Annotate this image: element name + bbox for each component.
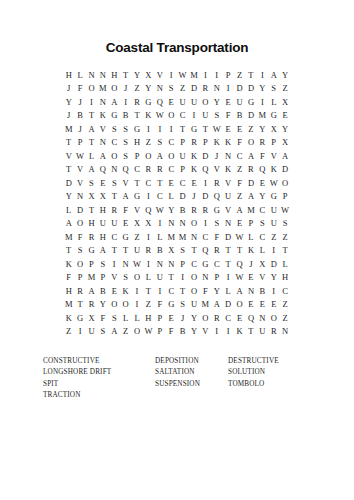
grid-cell: A	[63, 217, 74, 231]
grid-cell: W	[177, 68, 188, 82]
grid-cell: Z	[131, 230, 142, 244]
grid-cell: D	[245, 82, 256, 96]
grid-cell: A	[86, 122, 97, 136]
grid-cell: R	[257, 136, 268, 150]
grid-cell: F	[74, 230, 85, 244]
grid-cell: U	[86, 325, 97, 339]
grid-cell: N	[109, 163, 120, 177]
grid-cell: Z	[234, 163, 245, 177]
grid-cell: F	[97, 311, 108, 325]
grid-cell: S	[86, 176, 97, 190]
grid-cell: F	[154, 298, 165, 312]
grid-cell: T	[120, 68, 131, 82]
grid-cell: S	[109, 176, 120, 190]
grid-cell: D	[188, 82, 199, 96]
grid-cell: K	[63, 257, 74, 271]
grid-cell: Z	[279, 230, 290, 244]
grid-cell: S	[109, 311, 120, 325]
word-list-column-1: CONSTRUCTIVELONGSHORE DRIFTSPITTRACTION	[43, 356, 111, 401]
grid-cell: D	[63, 176, 74, 190]
grid-cell: S	[97, 325, 108, 339]
grid-cell: K	[268, 163, 279, 177]
grid-cell: W	[268, 176, 279, 190]
grid-cell: B	[74, 109, 85, 123]
grid-cell: I	[74, 325, 85, 339]
grid-cell: B	[234, 109, 245, 123]
grid-cell: N	[245, 284, 256, 298]
grid-cell: Y	[131, 68, 142, 82]
grid-cell: N	[257, 311, 268, 325]
grid-cell: N	[154, 257, 165, 271]
grid-cell: Y	[211, 95, 222, 109]
grid-cell: M	[200, 298, 211, 312]
grid-cell: K	[188, 163, 199, 177]
grid-cell: A	[211, 298, 222, 312]
grid-cell: N	[222, 149, 233, 163]
word-list-item: SUSPENSION	[155, 379, 200, 390]
grid-cell: Y	[279, 68, 290, 82]
grid-cell: P	[211, 271, 222, 285]
grid-cell: V	[200, 325, 211, 339]
grid-cell: Q	[200, 163, 211, 177]
grid-cell: O	[188, 284, 199, 298]
grid-cell: Y	[143, 82, 154, 96]
grid-cell: O	[74, 257, 85, 271]
grid-cell: J	[120, 82, 131, 96]
grid-cell: H	[63, 284, 74, 298]
grid-cell: C	[234, 149, 245, 163]
grid-cell: N	[154, 82, 165, 96]
grid-cell: H	[86, 217, 97, 231]
grid-cell: M	[63, 230, 74, 244]
grid-cell: G	[120, 230, 131, 244]
grid-cell: C	[166, 136, 177, 150]
grid-cell: Y	[63, 190, 74, 204]
grid-cell: F	[200, 284, 211, 298]
grid-cell: Z	[234, 68, 245, 82]
grid-cell: I	[222, 325, 233, 339]
grid-cell: X	[279, 136, 290, 150]
grid-cell: I	[86, 95, 97, 109]
grid-cell: T	[74, 298, 85, 312]
grid-cell: K	[63, 311, 74, 325]
grid-cell: O	[245, 136, 256, 150]
grid-cell: B	[120, 109, 131, 123]
grid-cell: I	[257, 95, 268, 109]
grid-cell: I	[211, 68, 222, 82]
grid-cell: S	[211, 217, 222, 231]
grid-cell: Y	[188, 311, 199, 325]
grid-cell: U	[268, 217, 279, 231]
grid-cell: Y	[257, 190, 268, 204]
grid-cell: Z	[143, 136, 154, 150]
grid-cell: N	[222, 217, 233, 231]
grid-cell: J	[74, 95, 85, 109]
grid-cell: N	[86, 68, 97, 82]
grid-cell: I	[131, 298, 142, 312]
grid-cell: E	[245, 271, 256, 285]
grid-cell: R	[86, 298, 97, 312]
grid-cell: Y	[188, 325, 199, 339]
grid-cell: V	[154, 68, 165, 82]
grid-cell: Q	[154, 95, 165, 109]
grid-cell: I	[177, 271, 188, 285]
grid-cell: T	[109, 190, 120, 204]
grid-cell: C	[177, 176, 188, 190]
grid-cell: W	[154, 109, 165, 123]
grid-cell: B	[257, 284, 268, 298]
grid-cell: Z	[245, 122, 256, 136]
grid-cell: G	[268, 109, 279, 123]
grid-cell: W	[234, 271, 245, 285]
grid-cell: O	[166, 109, 177, 123]
grid-cell: F	[234, 176, 245, 190]
grid-cell: T	[86, 203, 97, 217]
grid-cell: C	[154, 190, 165, 204]
grid-cell: C	[131, 163, 142, 177]
grid-cell: S	[177, 244, 188, 258]
grid-cell: N	[166, 217, 177, 231]
grid-cell: D	[177, 190, 188, 204]
grid-cell: G	[131, 122, 142, 136]
grid-cell: N	[177, 217, 188, 231]
grid-cell: C	[109, 230, 120, 244]
word-list-item: TOMBOLO	[228, 379, 279, 390]
grid-cell: Y	[211, 284, 222, 298]
grid-cell: R	[143, 163, 154, 177]
worksheet-page: Coastal Transportation HLNNHTYXVIWMIIPZT…	[0, 0, 354, 500]
grid-cell: D	[222, 298, 233, 312]
grid-cell: L	[166, 190, 177, 204]
grid-cell: I	[268, 244, 279, 258]
grid-cell: E	[234, 311, 245, 325]
grid-cell: E	[97, 176, 108, 190]
grid-cell: R	[211, 311, 222, 325]
grid-cell: I	[154, 217, 165, 231]
grid-cell: Z	[63, 325, 74, 339]
grid-cell: Y	[279, 122, 290, 136]
grid-cell: E	[222, 122, 233, 136]
grid-cell: L	[86, 149, 97, 163]
grid-cell: I	[166, 122, 177, 136]
grid-cell: C	[257, 230, 268, 244]
grid-cell: P	[279, 190, 290, 204]
grid-cell: M	[257, 109, 268, 123]
grid-cell: I	[143, 122, 154, 136]
grid-cell: H	[97, 203, 108, 217]
grid-cell: I	[200, 176, 211, 190]
grid-cell: W	[74, 149, 85, 163]
grid-cell: P	[222, 68, 233, 82]
grid-cell: A	[279, 149, 290, 163]
grid-cell: U	[234, 95, 245, 109]
grid-cell: C	[211, 257, 222, 271]
grid-cell: X	[97, 190, 108, 204]
grid-cell: P	[74, 271, 85, 285]
grid-cell: I	[154, 122, 165, 136]
grid-cell: I	[257, 68, 268, 82]
grid-cell: R	[74, 284, 85, 298]
grid-cell: B	[177, 203, 188, 217]
grid-cell: O	[120, 298, 131, 312]
grid-cell: T	[279, 244, 290, 258]
grid-cell: T	[86, 136, 97, 150]
grid-cell: J	[188, 190, 199, 204]
grid-cell: L	[63, 203, 74, 217]
grid-cell: Q	[211, 190, 222, 204]
grid-cell: I	[268, 284, 279, 298]
grid-cell: Y	[268, 271, 279, 285]
grid-cell: I	[131, 284, 142, 298]
grid-cell: E	[166, 95, 177, 109]
grid-cell: P	[177, 257, 188, 271]
grid-cell: J	[177, 311, 188, 325]
grid-cell: O	[131, 271, 142, 285]
word-list-item: DESTRUCTIVE	[228, 356, 279, 367]
grid-cell: A	[234, 203, 245, 217]
grid-cell: V	[131, 203, 142, 217]
grid-cell: I	[143, 190, 154, 204]
grid-cell: V	[257, 271, 268, 285]
grid-cell: S	[120, 136, 131, 150]
grid-cell: D	[245, 176, 256, 190]
grid-cell: B	[177, 325, 188, 339]
word-list-item: SALTATION	[155, 367, 200, 378]
grid-cell: U	[109, 217, 120, 231]
grid-cell: Q	[234, 257, 245, 271]
grid-cell: T	[154, 176, 165, 190]
grid-cell: T	[143, 284, 154, 298]
grid-cell: P	[97, 271, 108, 285]
word-list-item: CONSTRUCTIVE	[43, 356, 111, 367]
grid-cell: V	[211, 163, 222, 177]
grid-cell: S	[120, 271, 131, 285]
grid-cell: T	[234, 244, 245, 258]
grid-cell: O	[234, 298, 245, 312]
grid-cell: O	[200, 95, 211, 109]
grid-cell: V	[222, 176, 233, 190]
grid-cell: X	[143, 68, 154, 82]
grid-cell: B	[97, 284, 108, 298]
grid-cell: T	[200, 122, 211, 136]
grid-cell: Y	[166, 203, 177, 217]
word-list-item: SPIT	[43, 379, 111, 390]
grid-cell: M	[188, 68, 199, 82]
grid-cell: F	[74, 82, 85, 96]
word-list: CONSTRUCTIVELONGSHORE DRIFTSPITTRACTION …	[0, 356, 354, 406]
grid-cell: A	[268, 68, 279, 82]
grid-cell: T	[166, 271, 177, 285]
grid-cell: S	[97, 257, 108, 271]
grid-cell: W	[234, 230, 245, 244]
grid-cell: Y	[257, 122, 268, 136]
grid-cell: X	[143, 217, 154, 231]
grid-cell: F	[211, 230, 222, 244]
grid-cell: O	[166, 149, 177, 163]
grid-cell: G	[188, 122, 199, 136]
grid-cell: A	[245, 190, 256, 204]
grid-cell: H	[109, 68, 120, 82]
grid-cell: C	[143, 176, 154, 190]
grid-cell: A	[86, 284, 97, 298]
grid-cell: K	[222, 136, 233, 150]
grid-cell: O	[86, 82, 97, 96]
grid-cell: T	[63, 163, 74, 177]
grid-cell: H	[97, 230, 108, 244]
grid-cell: K	[222, 163, 233, 177]
grid-cell: Q	[245, 311, 256, 325]
grid-cell: I	[154, 284, 165, 298]
grid-cell: F	[222, 109, 233, 123]
grid-cell: I	[200, 68, 211, 82]
grid-cell: K	[97, 109, 108, 123]
grid-cell: H	[143, 311, 154, 325]
grid-cell: V	[74, 163, 85, 177]
grid-cell: U	[177, 95, 188, 109]
grid-cell: Z	[143, 298, 154, 312]
grid-cell: L	[120, 311, 131, 325]
grid-cell: J	[211, 149, 222, 163]
grid-cell: Q	[97, 163, 108, 177]
grid-cell: Q	[257, 163, 268, 177]
grid-cell: P	[86, 257, 97, 271]
grid-cell: Z	[279, 82, 290, 96]
grid-cell: E	[234, 217, 245, 231]
grid-cell: D	[74, 203, 85, 217]
grid-cell: P	[268, 136, 279, 150]
grid-cell: B	[154, 244, 165, 258]
grid-cell: T	[222, 257, 233, 271]
grid-cell: I	[143, 230, 154, 244]
grid-cell: K	[234, 325, 245, 339]
grid-cell: Y	[257, 82, 268, 96]
grid-cell: U	[188, 298, 199, 312]
grid-cell: R	[268, 325, 279, 339]
grid-cell: R	[211, 176, 222, 190]
grid-cell: N	[211, 82, 222, 96]
grid-cell: V	[109, 271, 120, 285]
grid-cell: C	[109, 136, 120, 150]
grid-cell: C	[177, 109, 188, 123]
grid-cell: A	[97, 149, 108, 163]
grid-cell: P	[177, 163, 188, 177]
grid-cell: P	[131, 149, 142, 163]
grid-cell: K	[211, 136, 222, 150]
grid-cell: O	[143, 149, 154, 163]
grid-cell: T	[63, 244, 74, 258]
grid-cell: S	[74, 244, 85, 258]
grid-cell: T	[131, 176, 142, 190]
word-list-item: TRACTION	[43, 390, 111, 401]
grid-cell: V	[63, 149, 74, 163]
grid-cell: A	[109, 325, 120, 339]
grid-cell: T	[188, 244, 199, 258]
grid-cell: I	[211, 325, 222, 339]
grid-cell: N	[74, 190, 85, 204]
grid-cell: N	[200, 271, 211, 285]
word-list-item: LONGSHORE DRIFT	[43, 367, 111, 378]
grid-cell: O	[200, 311, 211, 325]
grid-cell: N	[97, 68, 108, 82]
grid-cell: G	[131, 190, 142, 204]
grid-cell: P	[154, 325, 165, 339]
grid-cell: I	[166, 68, 177, 82]
grid-cell: T	[222, 244, 233, 258]
grid-cell: C	[188, 257, 199, 271]
grid-cell: P	[154, 311, 165, 325]
grid-cell: L	[143, 271, 154, 285]
grid-cell: L	[257, 244, 268, 258]
grid-cell: Z	[279, 298, 290, 312]
grid-cell: T	[177, 122, 188, 136]
grid-cell: L	[74, 68, 85, 82]
grid-cell: I	[222, 82, 233, 96]
grid-cell: E	[166, 176, 177, 190]
grid-cell: U	[222, 190, 233, 204]
grid-cell: Q	[120, 163, 131, 177]
grid-cell: D	[268, 257, 279, 271]
grid-cell: P	[74, 136, 85, 150]
grid-cell: Z	[177, 82, 188, 96]
grid-cell: S	[211, 109, 222, 123]
grid-cell: R	[143, 244, 154, 258]
grid-cell: T	[245, 68, 256, 82]
grid-cell: F	[120, 203, 131, 217]
grid-cell: C	[166, 163, 177, 177]
grid-cell: O	[109, 82, 120, 96]
grid-cell: J	[63, 109, 74, 123]
grid-cell: G	[245, 95, 256, 109]
grid-cell: L	[268, 95, 279, 109]
grid-cell: T	[131, 109, 142, 123]
grid-cell: E	[120, 217, 131, 231]
grid-cell: D	[200, 190, 211, 204]
grid-cell: O	[109, 149, 120, 163]
grid-cell: S	[120, 149, 131, 163]
grid-cell: L	[154, 230, 165, 244]
grid-cell: S	[154, 136, 165, 150]
grid-cell: S	[120, 122, 131, 136]
grid-cell: O	[109, 298, 120, 312]
grid-cell: G	[211, 203, 222, 217]
grid-cell: E	[245, 298, 256, 312]
grid-cell: G	[268, 190, 279, 204]
grid-cell: R	[109, 203, 120, 217]
grid-cell: U	[188, 95, 199, 109]
grid-cell: E	[188, 176, 199, 190]
grid-cell: R	[211, 244, 222, 258]
grid-cell: Z	[279, 311, 290, 325]
grid-cell: L	[279, 257, 290, 271]
grid-cell: G	[166, 298, 177, 312]
grid-cell: H	[279, 271, 290, 285]
grid-cell: S	[166, 82, 177, 96]
grid-cell: A	[86, 163, 97, 177]
grid-cell: F	[234, 136, 245, 150]
grid-cell: M	[63, 298, 74, 312]
grid-cell: G	[86, 244, 97, 258]
grid-cell: K	[188, 149, 199, 163]
grid-cell: J	[63, 82, 74, 96]
grid-cell: X	[268, 122, 279, 136]
grid-cell: U	[257, 325, 268, 339]
grid-cell: N	[97, 136, 108, 150]
grid-cell: L	[245, 230, 256, 244]
word-list-column-2: DEPOSITIONSALTATIONSUSPENSION	[155, 356, 200, 390]
word-list-item: SOLUTION	[228, 367, 279, 378]
puzzle-title: Coastal Transportation	[0, 40, 354, 55]
grid-cell: Y	[63, 95, 74, 109]
